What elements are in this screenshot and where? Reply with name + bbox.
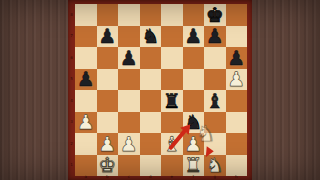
square-d3[interactable] bbox=[140, 112, 162, 134]
square-d4[interactable] bbox=[140, 90, 162, 112]
file-label-d: d bbox=[140, 175, 162, 179]
square-e5[interactable] bbox=[161, 69, 183, 91]
square-c5[interactable] bbox=[118, 69, 140, 91]
square-a2[interactable] bbox=[75, 133, 97, 155]
square-f4[interactable] bbox=[183, 90, 205, 112]
piece-black-rook-e4[interactable]: ♜ bbox=[161, 90, 183, 112]
board-grid: ♚♟♞♟♟♟♟♟♟♜♝♟♞♟♟♝♟♚♜♞♞ bbox=[75, 4, 247, 176]
square-e3[interactable] bbox=[161, 112, 183, 134]
video-frame: 87654321 abcdefgh ♚♟♞♟♟♟♟♟♟♜♝♟♞♟♟♝♟♚♜♞♞ bbox=[0, 0, 320, 180]
chess-board: 87654321 abcdefgh ♚♟♞♟♟♟♟♟♟♜♝♟♞♟♟♝♟♚♜♞♞ bbox=[68, 0, 252, 180]
square-a7[interactable] bbox=[75, 26, 97, 48]
square-e1[interactable] bbox=[161, 155, 183, 177]
square-c7[interactable] bbox=[118, 26, 140, 48]
square-h2[interactable] bbox=[226, 133, 248, 155]
piece-black-knight-d7[interactable]: ♞ bbox=[140, 26, 162, 48]
file-label-h: h bbox=[226, 175, 248, 179]
square-b5[interactable] bbox=[97, 69, 119, 91]
square-d6[interactable] bbox=[140, 47, 162, 69]
square-f5[interactable] bbox=[183, 69, 205, 91]
square-c3[interactable] bbox=[118, 112, 140, 134]
square-a8[interactable] bbox=[75, 4, 97, 26]
square-d1[interactable] bbox=[140, 155, 162, 177]
square-c1[interactable] bbox=[118, 155, 140, 177]
square-f8[interactable] bbox=[183, 4, 205, 26]
piece-black-pawn-a5[interactable]: ♟ bbox=[75, 69, 97, 91]
square-a4[interactable] bbox=[75, 90, 97, 112]
piece-white-pawn-h5[interactable]: ♟ bbox=[226, 69, 248, 91]
rank-label-3: 3 bbox=[69, 120, 74, 124]
square-h8[interactable] bbox=[226, 4, 248, 26]
piece-black-pawn-g7[interactable]: ♟ bbox=[204, 26, 226, 48]
piece-white-pawn-c2[interactable]: ♟ bbox=[118, 133, 140, 155]
square-d8[interactable] bbox=[140, 4, 162, 26]
piece-white-king-b1[interactable]: ♚ bbox=[97, 155, 119, 177]
square-e7[interactable] bbox=[161, 26, 183, 48]
piece-white-rook-f1[interactable]: ♜ bbox=[183, 155, 205, 177]
square-e6[interactable] bbox=[161, 47, 183, 69]
piece-black-pawn-f7[interactable]: ♟ bbox=[183, 26, 205, 48]
square-b3[interactable] bbox=[97, 112, 119, 134]
square-a1[interactable] bbox=[75, 155, 97, 177]
rank-label-1: 1 bbox=[69, 163, 74, 167]
square-h7[interactable] bbox=[226, 26, 248, 48]
rank-label-6: 6 bbox=[69, 56, 74, 60]
file-label-a: a bbox=[75, 175, 97, 179]
rank-label-7: 7 bbox=[69, 34, 74, 38]
piece-black-king-g8[interactable]: ♚ bbox=[204, 4, 226, 26]
rank-label-4: 4 bbox=[69, 99, 74, 103]
piece-black-bishop-g4[interactable]: ♝ bbox=[204, 90, 226, 112]
file-label-c: c bbox=[118, 175, 140, 179]
piece-white-pawn-a3[interactable]: ♟ bbox=[75, 112, 97, 134]
file-label-e: e bbox=[161, 175, 183, 179]
rank-label-5: 5 bbox=[69, 77, 74, 81]
square-d5[interactable] bbox=[140, 69, 162, 91]
ghost-white-knight-icon: ♞ bbox=[195, 123, 217, 145]
square-h3[interactable] bbox=[226, 112, 248, 134]
piece-black-pawn-c6[interactable]: ♟ bbox=[118, 47, 140, 69]
square-c4[interactable] bbox=[118, 90, 140, 112]
rank-label-8: 8 bbox=[69, 13, 74, 17]
piece-white-knight-g1[interactable]: ♞ bbox=[204, 155, 226, 177]
square-b6[interactable] bbox=[97, 47, 119, 69]
square-e8[interactable] bbox=[161, 4, 183, 26]
piece-black-pawn-h6[interactable]: ♟ bbox=[226, 47, 248, 69]
square-d2[interactable] bbox=[140, 133, 162, 155]
square-f6[interactable] bbox=[183, 47, 205, 69]
square-h1[interactable] bbox=[226, 155, 248, 177]
rank-label-2: 2 bbox=[69, 142, 74, 146]
square-g6[interactable] bbox=[204, 47, 226, 69]
piece-white-bishop-e2[interactable]: ♝ bbox=[161, 133, 183, 155]
square-b8[interactable] bbox=[97, 4, 119, 26]
square-h4[interactable] bbox=[226, 90, 248, 112]
square-c8[interactable] bbox=[118, 4, 140, 26]
square-b4[interactable] bbox=[97, 90, 119, 112]
piece-black-pawn-b7[interactable]: ♟ bbox=[97, 26, 119, 48]
square-g5[interactable] bbox=[204, 69, 226, 91]
square-a6[interactable] bbox=[75, 47, 97, 69]
piece-white-pawn-b2[interactable]: ♟ bbox=[97, 133, 119, 155]
